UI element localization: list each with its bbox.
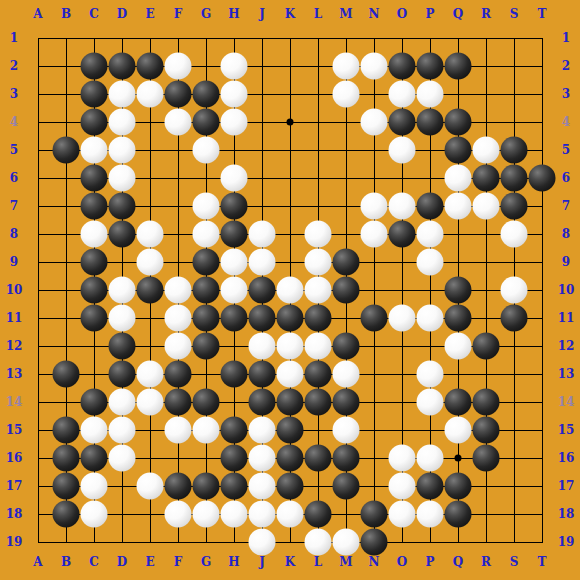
stone-black-J13[interactable] (249, 361, 276, 388)
stone-white-E3[interactable] (137, 81, 164, 108)
stone-white-O18[interactable] (389, 501, 416, 528)
stone-white-N2[interactable] (361, 53, 388, 80)
row-label-left-5: 5 (10, 143, 18, 157)
row-label-right-16: 16 (558, 451, 575, 465)
stone-white-K10[interactable] (277, 277, 304, 304)
col-label-top-M: M (339, 7, 352, 21)
col-label-top-G: G (201, 7, 211, 21)
stone-white-R5[interactable] (473, 137, 500, 164)
stone-black-O4[interactable] (389, 109, 416, 136)
stone-black-B16[interactable] (53, 445, 80, 472)
stone-black-N11[interactable] (361, 305, 388, 332)
row-label-left-7: 7 (10, 199, 18, 213)
stone-black-P4[interactable] (417, 109, 444, 136)
stone-white-S8[interactable] (501, 221, 528, 248)
stone-black-C16[interactable] (81, 445, 108, 472)
col-label-bottom-N: N (369, 555, 380, 569)
stone-white-D3[interactable] (109, 81, 136, 108)
col-label-bottom-F: F (174, 555, 183, 569)
row-label-left-11: 11 (6, 311, 23, 325)
row-label-right-19: 19 (558, 535, 575, 549)
col-label-bottom-C: C (89, 555, 99, 569)
stone-white-O3[interactable] (389, 81, 416, 108)
stone-white-G18[interactable] (193, 501, 220, 528)
stone-black-C7[interactable] (81, 193, 108, 220)
stone-black-B17[interactable] (53, 473, 80, 500)
row-label-left-9: 9 (10, 255, 18, 269)
stone-black-H8[interactable] (221, 221, 248, 248)
stone-white-K12[interactable] (277, 333, 304, 360)
stone-white-O11[interactable] (389, 305, 416, 332)
stone-white-G8[interactable] (193, 221, 220, 248)
stone-white-O7[interactable] (389, 193, 416, 220)
col-label-bottom-A: A (33, 555, 42, 569)
col-label-bottom-S: S (510, 555, 519, 569)
stone-white-H6[interactable] (221, 165, 248, 192)
stone-black-M9[interactable] (333, 249, 360, 276)
hoshi-Q16 (455, 455, 462, 462)
stone-white-F12[interactable] (165, 333, 192, 360)
stone-black-H11[interactable] (221, 305, 248, 332)
stone-black-Q11[interactable] (445, 305, 472, 332)
col-label-bottom-L: L (314, 555, 322, 569)
stone-white-K18[interactable] (277, 501, 304, 528)
col-label-top-D: D (117, 7, 127, 21)
stone-white-H18[interactable] (221, 501, 248, 528)
col-label-top-Q: Q (453, 7, 463, 21)
row-label-left-16: 16 (6, 451, 23, 465)
row-label-left-17: 17 (6, 479, 23, 493)
stone-white-C15[interactable] (81, 417, 108, 444)
stone-black-S7[interactable] (501, 193, 528, 220)
stone-white-F2[interactable] (165, 53, 192, 80)
col-label-bottom-M: M (339, 555, 352, 569)
stone-white-Q6[interactable] (445, 165, 472, 192)
col-label-top-K: K (285, 7, 295, 21)
row-label-right-6: 6 (562, 171, 570, 185)
stone-black-L18[interactable] (305, 501, 332, 528)
stone-white-P9[interactable] (417, 249, 444, 276)
stone-black-C3[interactable] (81, 81, 108, 108)
stone-black-G17[interactable] (193, 473, 220, 500)
stone-white-Q12[interactable] (445, 333, 472, 360)
stone-black-K16[interactable] (277, 445, 304, 472)
stone-black-Q2[interactable] (445, 53, 472, 80)
stone-white-F4[interactable] (165, 109, 192, 136)
stone-white-N8[interactable] (361, 221, 388, 248)
stone-black-D7[interactable] (109, 193, 136, 220)
stone-white-L8[interactable] (305, 221, 332, 248)
row-label-right-1: 1 (562, 31, 570, 45)
stone-black-R14[interactable] (473, 389, 500, 416)
stone-white-J19[interactable] (249, 529, 276, 556)
stone-black-L14[interactable] (305, 389, 332, 416)
stone-white-L19[interactable] (305, 529, 332, 556)
stone-white-N7[interactable] (361, 193, 388, 220)
hoshi-K4 (287, 119, 294, 126)
col-label-top-C: C (89, 7, 99, 21)
stone-white-H3[interactable] (221, 81, 248, 108)
stone-white-M15[interactable] (333, 417, 360, 444)
row-label-left-18: 18 (6, 507, 23, 521)
stone-white-F10[interactable] (165, 277, 192, 304)
stone-black-M14[interactable] (333, 389, 360, 416)
stone-black-L13[interactable] (305, 361, 332, 388)
stone-black-G4[interactable] (193, 109, 220, 136)
col-label-bottom-B: B (61, 555, 71, 569)
stone-white-F11[interactable] (165, 305, 192, 332)
stone-black-H17[interactable] (221, 473, 248, 500)
stone-black-K17[interactable] (277, 473, 304, 500)
stone-black-K11[interactable] (277, 305, 304, 332)
row-label-right-18: 18 (558, 507, 575, 521)
stone-white-C5[interactable] (81, 137, 108, 164)
stone-white-O17[interactable] (389, 473, 416, 500)
stone-black-H15[interactable] (221, 417, 248, 444)
col-label-top-H: H (228, 7, 239, 21)
row-label-left-6: 6 (10, 171, 18, 185)
stone-white-H2[interactable] (221, 53, 248, 80)
row-label-left-19: 19 (6, 535, 23, 549)
stone-white-P14[interactable] (417, 389, 444, 416)
stone-white-C17[interactable] (81, 473, 108, 500)
col-label-top-S: S (510, 7, 519, 21)
stone-black-F3[interactable] (165, 81, 192, 108)
stone-black-G9[interactable] (193, 249, 220, 276)
stone-black-S5[interactable] (501, 137, 528, 164)
stone-black-J11[interactable] (249, 305, 276, 332)
stone-white-P18[interactable] (417, 501, 444, 528)
stone-white-J18[interactable] (249, 501, 276, 528)
stone-black-C10[interactable] (81, 277, 108, 304)
stone-black-Q5[interactable] (445, 137, 472, 164)
stone-white-J12[interactable] (249, 333, 276, 360)
stone-white-G5[interactable] (193, 137, 220, 164)
stone-black-B15[interactable] (53, 417, 80, 444)
stone-black-Q4[interactable] (445, 109, 472, 136)
row-label-right-13: 13 (558, 367, 575, 381)
col-label-bottom-G: G (201, 555, 211, 569)
row-label-right-10: 10 (558, 283, 575, 297)
col-label-bottom-O: O (397, 555, 407, 569)
stone-white-L9[interactable] (305, 249, 332, 276)
row-label-right-2: 2 (562, 59, 570, 73)
stone-black-N18[interactable] (361, 501, 388, 528)
stone-white-P16[interactable] (417, 445, 444, 472)
stone-black-Q18[interactable] (445, 501, 472, 528)
stone-white-N4[interactable] (361, 109, 388, 136)
stone-white-G15[interactable] (193, 417, 220, 444)
stone-black-F14[interactable] (165, 389, 192, 416)
col-label-bottom-K: K (285, 555, 295, 569)
stone-white-M3[interactable] (333, 81, 360, 108)
col-label-top-P: P (425, 7, 434, 21)
stone-white-R7[interactable] (473, 193, 500, 220)
row-label-left-2: 2 (10, 59, 18, 73)
stone-white-L10[interactable] (305, 277, 332, 304)
stone-black-S11[interactable] (501, 305, 528, 332)
stone-black-G12[interactable] (193, 333, 220, 360)
stone-white-D10[interactable] (109, 277, 136, 304)
stone-white-J17[interactable] (249, 473, 276, 500)
stone-white-H10[interactable] (221, 277, 248, 304)
stone-white-J8[interactable] (249, 221, 276, 248)
stone-black-H7[interactable] (221, 193, 248, 220)
col-label-bottom-J: J (259, 555, 265, 569)
col-label-top-F: F (174, 7, 183, 21)
row-label-left-12: 12 (6, 339, 23, 353)
col-label-top-E: E (145, 7, 154, 21)
stone-black-N19[interactable] (361, 529, 388, 556)
stone-black-Q10[interactable] (445, 277, 472, 304)
stone-white-C8[interactable] (81, 221, 108, 248)
stone-black-R6[interactable] (473, 165, 500, 192)
stone-black-E2[interactable] (137, 53, 164, 80)
stone-white-O16[interactable] (389, 445, 416, 472)
stone-black-Q17[interactable] (445, 473, 472, 500)
row-label-left-4: 4 (10, 115, 18, 129)
stone-white-D5[interactable] (109, 137, 136, 164)
stone-white-M2[interactable] (333, 53, 360, 80)
col-label-bottom-Q: Q (453, 555, 463, 569)
stone-white-P11[interactable] (417, 305, 444, 332)
stone-white-M13[interactable] (333, 361, 360, 388)
stone-black-C9[interactable] (81, 249, 108, 276)
stone-black-L11[interactable] (305, 305, 332, 332)
stone-white-E13[interactable] (137, 361, 164, 388)
col-label-bottom-R: R (481, 555, 491, 569)
stone-black-B18[interactable] (53, 501, 80, 528)
stone-black-G14[interactable] (193, 389, 220, 416)
stone-black-L16[interactable] (305, 445, 332, 472)
stone-black-G3[interactable] (193, 81, 220, 108)
stone-black-K14[interactable] (277, 389, 304, 416)
stone-black-F13[interactable] (165, 361, 192, 388)
stone-white-P13[interactable] (417, 361, 444, 388)
stone-white-F18[interactable] (165, 501, 192, 528)
stone-white-D15[interactable] (109, 417, 136, 444)
stone-black-D13[interactable] (109, 361, 136, 388)
col-label-top-T: T (538, 7, 547, 21)
stone-black-Q14[interactable] (445, 389, 472, 416)
col-label-top-O: O (397, 7, 407, 21)
row-label-right-14: 14 (558, 395, 575, 409)
row-label-right-17: 17 (558, 479, 575, 493)
stone-black-H16[interactable] (221, 445, 248, 472)
stone-black-C2[interactable] (81, 53, 108, 80)
stone-black-B13[interactable] (53, 361, 80, 388)
stone-white-S10[interactable] (501, 277, 528, 304)
stone-black-M10[interactable] (333, 277, 360, 304)
h-gridline (38, 542, 543, 543)
stone-white-H4[interactable] (221, 109, 248, 136)
stone-black-E10[interactable] (137, 277, 164, 304)
stone-black-T6[interactable] (529, 165, 556, 192)
row-label-left-1: 1 (10, 31, 18, 45)
row-label-right-7: 7 (562, 199, 570, 213)
row-label-left-13: 13 (6, 367, 23, 381)
stone-black-D8[interactable] (109, 221, 136, 248)
stone-black-H13[interactable] (221, 361, 248, 388)
stone-white-Q15[interactable] (445, 417, 472, 444)
stone-black-M17[interactable] (333, 473, 360, 500)
stone-black-B5[interactable] (53, 137, 80, 164)
stone-white-E8[interactable] (137, 221, 164, 248)
row-label-right-15: 15 (558, 423, 575, 437)
stone-black-O8[interactable] (389, 221, 416, 248)
row-label-left-8: 8 (10, 227, 18, 241)
stone-black-O2[interactable] (389, 53, 416, 80)
stone-black-D12[interactable] (109, 333, 136, 360)
row-label-right-4: 4 (562, 115, 570, 129)
stone-black-F17[interactable] (165, 473, 192, 500)
stone-black-R16[interactable] (473, 445, 500, 472)
col-label-bottom-D: D (117, 555, 127, 569)
col-label-top-B: B (61, 7, 71, 21)
stone-white-O5[interactable] (389, 137, 416, 164)
stone-black-P17[interactable] (417, 473, 444, 500)
col-label-bottom-T: T (538, 555, 547, 569)
row-label-left-15: 15 (6, 423, 23, 437)
row-label-right-8: 8 (562, 227, 570, 241)
stone-white-D6[interactable] (109, 165, 136, 192)
col-label-top-N: N (369, 7, 380, 21)
stone-white-F15[interactable] (165, 417, 192, 444)
col-label-bottom-E: E (145, 555, 154, 569)
row-label-right-11: 11 (558, 311, 575, 325)
stone-black-C6[interactable] (81, 165, 108, 192)
stone-white-C18[interactable] (81, 501, 108, 528)
stone-white-J15[interactable] (249, 417, 276, 444)
row-label-left-14: 14 (6, 395, 23, 409)
v-gridline (542, 38, 543, 543)
stone-black-C11[interactable] (81, 305, 108, 332)
col-label-top-R: R (481, 7, 491, 21)
row-label-right-12: 12 (558, 339, 575, 353)
stone-black-C4[interactable] (81, 109, 108, 136)
stone-white-M19[interactable] (333, 529, 360, 556)
stone-black-G10[interactable] (193, 277, 220, 304)
row-label-left-10: 10 (6, 283, 23, 297)
stone-white-K13[interactable] (277, 361, 304, 388)
stone-black-K15[interactable] (277, 417, 304, 444)
stone-white-P3[interactable] (417, 81, 444, 108)
stone-white-Q7[interactable] (445, 193, 472, 220)
stone-black-P2[interactable] (417, 53, 444, 80)
row-label-right-5: 5 (562, 143, 570, 157)
col-label-bottom-H: H (228, 555, 239, 569)
stone-black-R12[interactable] (473, 333, 500, 360)
go-board[interactable]: AABBCCDDEEFFGGHHJJKKLLMMNNOOPPQQRRSSTT11… (0, 0, 580, 580)
stone-black-P7[interactable] (417, 193, 444, 220)
stone-black-R15[interactable] (473, 417, 500, 444)
stone-white-G7[interactable] (193, 193, 220, 220)
stone-black-D2[interactable] (109, 53, 136, 80)
stone-black-M16[interactable] (333, 445, 360, 472)
stone-black-G11[interactable] (193, 305, 220, 332)
stone-white-E14[interactable] (137, 389, 164, 416)
stone-black-C14[interactable] (81, 389, 108, 416)
stone-white-J16[interactable] (249, 445, 276, 472)
row-label-left-3: 3 (10, 87, 18, 101)
col-label-top-J: J (259, 7, 265, 21)
row-label-right-3: 3 (562, 87, 570, 101)
stone-white-D14[interactable] (109, 389, 136, 416)
stone-black-J14[interactable] (249, 389, 276, 416)
col-label-top-L: L (314, 7, 322, 21)
col-label-top-A: A (33, 7, 42, 21)
stone-white-E17[interactable] (137, 473, 164, 500)
stone-black-M12[interactable] (333, 333, 360, 360)
stone-white-D4[interactable] (109, 109, 136, 136)
col-label-bottom-P: P (425, 555, 434, 569)
stone-white-L12[interactable] (305, 333, 332, 360)
stone-white-J9[interactable] (249, 249, 276, 276)
stone-black-S6[interactable] (501, 165, 528, 192)
stone-white-P8[interactable] (417, 221, 444, 248)
stone-white-E9[interactable] (137, 249, 164, 276)
stone-black-J10[interactable] (249, 277, 276, 304)
stone-white-D16[interactable] (109, 445, 136, 472)
stone-white-D11[interactable] (109, 305, 136, 332)
stone-white-H9[interactable] (221, 249, 248, 276)
row-label-right-9: 9 (562, 255, 570, 269)
